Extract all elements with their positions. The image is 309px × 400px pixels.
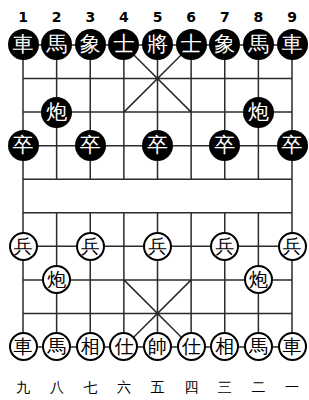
board-cell: 象	[73, 28, 107, 62]
file-label-top-1: 1	[18, 10, 28, 24]
board-cell: 炮	[242, 95, 276, 129]
file-label-top-9: 9	[287, 10, 297, 24]
board-cell: 仕	[174, 330, 208, 364]
file-label-bottom-5: 五	[151, 380, 165, 394]
board-cell: 車	[275, 28, 309, 62]
xiangqi-board: 車馬象士將士象馬車炮炮卒卒卒卒卒兵兵兵兵兵炮炮車馬相仕帥仕相馬車 1234567…	[0, 0, 309, 400]
piece-black-soldier[interactable]: 卒	[277, 130, 308, 161]
board-cell: 兵	[275, 230, 309, 264]
board-cell: 兵	[73, 230, 107, 264]
board-cell: 炮	[40, 263, 74, 297]
piece-black-horse[interactable]: 馬	[41, 29, 72, 60]
board-cell: 馬	[242, 28, 276, 62]
file-label-bottom-8: 二	[251, 380, 265, 394]
board-cell: 炮	[40, 95, 74, 129]
file-label-top-2: 2	[52, 10, 62, 24]
piece-red-chariot[interactable]: 車	[9, 332, 38, 361]
file-label-top-7: 7	[220, 10, 230, 24]
board-cell: 馬	[40, 330, 74, 364]
board-cell: 象	[208, 28, 242, 62]
piece-red-cannon[interactable]: 炮	[42, 265, 71, 294]
board-cell: 相	[73, 330, 107, 364]
board-grid: 車馬象士將士象馬車炮炮卒卒卒卒卒兵兵兵兵兵炮炮車馬相仕帥仕相馬車	[6, 28, 309, 364]
board-cell: 將	[141, 28, 175, 62]
board-cell: 士	[174, 28, 208, 62]
piece-red-advisor[interactable]: 仕	[109, 332, 138, 361]
file-label-bottom-2: 八	[50, 380, 64, 394]
board-cell: 卒	[141, 129, 175, 163]
board-cell: 卒	[6, 129, 40, 163]
file-label-bottom-9: 一	[285, 380, 299, 394]
piece-red-general[interactable]: 帥	[143, 332, 172, 361]
board-cell: 兵	[141, 230, 175, 264]
piece-red-soldier[interactable]: 兵	[210, 232, 239, 261]
board-cell: 卒	[275, 129, 309, 163]
piece-black-soldier[interactable]: 卒	[209, 130, 240, 161]
piece-black-elephant[interactable]: 象	[209, 29, 240, 60]
file-label-top-4: 4	[119, 10, 129, 24]
piece-red-soldier[interactable]: 兵	[9, 232, 38, 261]
piece-red-chariot[interactable]: 車	[278, 332, 307, 361]
board-cell: 卒	[208, 129, 242, 163]
file-label-top-8: 8	[254, 10, 264, 24]
board-cell: 馬	[242, 330, 276, 364]
piece-red-soldier[interactable]: 兵	[278, 232, 307, 261]
board-cell: 仕	[107, 330, 141, 364]
piece-black-soldier[interactable]: 卒	[75, 130, 106, 161]
piece-black-general[interactable]: 將	[142, 29, 173, 60]
piece-black-horse[interactable]: 馬	[243, 29, 274, 60]
piece-black-cannon[interactable]: 炮	[41, 97, 72, 128]
piece-red-soldier[interactable]: 兵	[76, 232, 105, 261]
file-label-bottom-4: 六	[117, 380, 131, 394]
board-cell: 車	[6, 28, 40, 62]
piece-red-horse[interactable]: 馬	[42, 332, 71, 361]
board-cell: 相	[208, 330, 242, 364]
file-label-bottom-6: 四	[184, 380, 198, 394]
file-label-bottom-7: 三	[218, 380, 232, 394]
piece-red-advisor[interactable]: 仕	[177, 332, 206, 361]
board-cell: 車	[275, 330, 309, 364]
board-cell: 炮	[242, 263, 276, 297]
board-cell: 士	[107, 28, 141, 62]
board-cell: 卒	[73, 129, 107, 163]
piece-black-chariot[interactable]: 車	[277, 29, 308, 60]
piece-red-soldier[interactable]: 兵	[143, 232, 172, 261]
piece-black-cannon[interactable]: 炮	[243, 97, 274, 128]
board-cell: 帥	[141, 330, 175, 364]
board-cell: 兵	[208, 230, 242, 264]
board-cell: 兵	[6, 230, 40, 264]
piece-black-advisor[interactable]: 士	[176, 29, 207, 60]
file-label-top-3: 3	[85, 10, 95, 24]
piece-black-soldier[interactable]: 卒	[8, 130, 39, 161]
board-cell: 車	[6, 330, 40, 364]
file-label-bottom-1: 九	[16, 380, 30, 394]
piece-red-horse[interactable]: 馬	[244, 332, 273, 361]
piece-black-elephant[interactable]: 象	[75, 29, 106, 60]
piece-red-elephant[interactable]: 相	[210, 332, 239, 361]
file-label-top-5: 5	[153, 10, 163, 24]
file-label-top-6: 6	[186, 10, 196, 24]
piece-red-elephant[interactable]: 相	[76, 332, 105, 361]
piece-red-cannon[interactable]: 炮	[244, 265, 273, 294]
piece-black-soldier[interactable]: 卒	[142, 130, 173, 161]
file-label-bottom-3: 七	[83, 380, 97, 394]
piece-black-advisor[interactable]: 士	[108, 29, 139, 60]
piece-black-chariot[interactable]: 車	[8, 29, 39, 60]
board-cell: 馬	[40, 28, 74, 62]
